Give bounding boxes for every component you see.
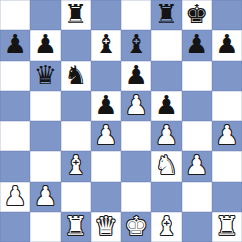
square-e7[interactable]: ♝ [121, 30, 151, 60]
square-f2[interactable] [151, 182, 181, 212]
square-e5[interactable]: ♟ [121, 91, 151, 121]
square-c7[interactable] [61, 30, 91, 60]
square-a6[interactable] [0, 61, 30, 91]
white-bishop[interactable]: ♝ [64, 150, 87, 180]
square-g7[interactable]: ♟ [182, 30, 212, 60]
white-pawn[interactable]: ♟ [34, 181, 57, 211]
square-h5[interactable] [212, 91, 242, 121]
white-rook[interactable]: ♜ [215, 211, 238, 241]
square-f3[interactable]: ♞ [151, 151, 181, 181]
black-bishop[interactable]: ♝ [94, 29, 117, 59]
square-h3[interactable] [212, 151, 242, 181]
square-e3[interactable] [121, 151, 151, 181]
square-a5[interactable] [0, 91, 30, 121]
square-b2[interactable]: ♟ [30, 182, 60, 212]
square-d8[interactable] [91, 0, 121, 30]
square-c8[interactable]: ♜ [61, 0, 91, 30]
white-rook[interactable]: ♜ [64, 211, 87, 241]
white-pawn[interactable]: ♟ [124, 90, 147, 120]
white-pawn[interactable]: ♟ [3, 181, 26, 211]
square-e2[interactable] [121, 182, 151, 212]
square-h1[interactable]: ♜ [212, 212, 242, 242]
square-c3[interactable]: ♝ [61, 151, 91, 181]
black-pawn[interactable]: ♟ [34, 29, 57, 59]
square-c2[interactable] [61, 182, 91, 212]
square-g6[interactable] [182, 61, 212, 91]
square-b5[interactable] [30, 91, 60, 121]
white-bishop[interactable]: ♝ [155, 211, 178, 241]
square-b6[interactable]: ♛ [30, 61, 60, 91]
chess-board: ♜♜♚♟♟♝♝♟♟♛♞♟♟♟♟♟♟♟♝♞♟♟♟♜♛♚♝♜ [0, 0, 242, 242]
black-pawn[interactable]: ♟ [3, 29, 26, 59]
square-g1[interactable] [182, 212, 212, 242]
square-h2[interactable] [212, 182, 242, 212]
white-king[interactable]: ♚ [124, 211, 147, 241]
black-pawn[interactable]: ♟ [185, 29, 208, 59]
black-pawn[interactable]: ♟ [124, 60, 147, 90]
square-b4[interactable] [30, 121, 60, 151]
white-pawn[interactable]: ♟ [94, 120, 117, 150]
square-a1[interactable] [0, 212, 30, 242]
square-g3[interactable]: ♟ [182, 151, 212, 181]
square-f6[interactable] [151, 61, 181, 91]
square-b1[interactable] [30, 212, 60, 242]
square-d6[interactable] [91, 61, 121, 91]
black-pawn[interactable]: ♟ [215, 29, 238, 59]
square-a3[interactable] [0, 151, 30, 181]
chess-board-screenshot: ♜♜♚♟♟♝♝♟♟♛♞♟♟♟♟♟♟♟♝♞♟♟♟♜♛♚♝♜ [0, 0, 242, 242]
square-b7[interactable]: ♟ [30, 30, 60, 60]
square-h4[interactable]: ♟ [212, 121, 242, 151]
square-g2[interactable] [182, 182, 212, 212]
white-pawn[interactable]: ♟ [215, 120, 238, 150]
square-f5[interactable]: ♟ [151, 91, 181, 121]
square-f8[interactable]: ♜ [151, 0, 181, 30]
square-c6[interactable]: ♞ [61, 61, 91, 91]
square-h6[interactable] [212, 61, 242, 91]
square-f1[interactable]: ♝ [151, 212, 181, 242]
square-g8[interactable]: ♚ [182, 0, 212, 30]
square-e1[interactable]: ♚ [121, 212, 151, 242]
square-e4[interactable] [121, 121, 151, 151]
square-a8[interactable] [0, 0, 30, 30]
black-pawn[interactable]: ♟ [94, 90, 117, 120]
square-a7[interactable]: ♟ [0, 30, 30, 60]
black-knight[interactable]: ♞ [64, 60, 87, 90]
square-h8[interactable] [212, 0, 242, 30]
square-c5[interactable] [61, 91, 91, 121]
square-d3[interactable] [91, 151, 121, 181]
square-d2[interactable] [91, 182, 121, 212]
white-pawn[interactable]: ♟ [185, 150, 208, 180]
square-c1[interactable]: ♜ [61, 212, 91, 242]
square-f7[interactable] [151, 30, 181, 60]
square-d1[interactable]: ♛ [91, 212, 121, 242]
square-h7[interactable]: ♟ [212, 30, 242, 60]
square-d5[interactable]: ♟ [91, 91, 121, 121]
square-d4[interactable]: ♟ [91, 121, 121, 151]
black-pawn[interactable]: ♟ [155, 90, 178, 120]
square-b3[interactable] [30, 151, 60, 181]
square-g4[interactable] [182, 121, 212, 151]
white-queen[interactable]: ♛ [94, 211, 117, 241]
square-a2[interactable]: ♟ [0, 182, 30, 212]
square-d7[interactable]: ♝ [91, 30, 121, 60]
square-g5[interactable] [182, 91, 212, 121]
square-f4[interactable]: ♟ [151, 121, 181, 151]
square-a4[interactable] [0, 121, 30, 151]
square-c4[interactable] [61, 121, 91, 151]
square-e6[interactable]: ♟ [121, 61, 151, 91]
white-knight[interactable]: ♞ [155, 150, 178, 180]
black-queen[interactable]: ♛ [34, 60, 57, 90]
black-rook[interactable]: ♜ [64, 0, 87, 29]
square-e8[interactable] [121, 0, 151, 30]
square-b8[interactable] [30, 0, 60, 30]
black-rook[interactable]: ♜ [155, 0, 178, 29]
white-pawn[interactable]: ♟ [155, 120, 178, 150]
black-king[interactable]: ♚ [185, 0, 208, 29]
black-bishop[interactable]: ♝ [124, 29, 147, 59]
